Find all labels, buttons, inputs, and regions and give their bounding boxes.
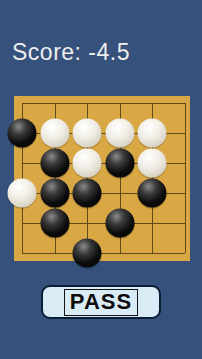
white-stone [8,179,37,208]
board-grid[interactable] [22,103,185,253]
go-board[interactable] [14,96,190,261]
grid-vline [185,103,186,253]
black-stone [138,179,167,208]
black-stone [105,149,134,178]
grid-hline [22,103,185,104]
black-stone [8,119,37,148]
pass-button[interactable]: PASS [41,285,161,319]
white-stone [138,119,167,148]
black-stone [105,209,134,238]
black-stone [73,239,102,268]
black-stone [40,179,69,208]
grid-hline [22,253,185,254]
black-stone [73,179,102,208]
white-stone [73,119,102,148]
app-screen: Score: -4.5 PASS [0,0,202,359]
black-stone [40,149,69,178]
pass-button-label: PASS [64,289,138,316]
white-stone [73,149,102,178]
score-text: Score: -4.5 [12,39,130,66]
white-stone [40,119,69,148]
white-stone [138,149,167,178]
white-stone [105,119,134,148]
black-stone [40,209,69,238]
